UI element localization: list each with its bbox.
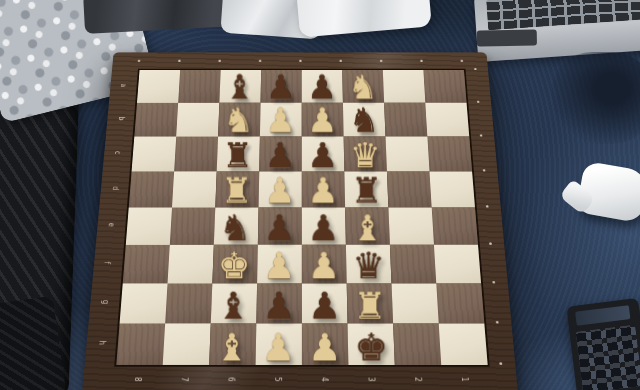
frame-file-label-c: c <box>113 151 120 154</box>
square-f5: ♟ <box>257 245 302 284</box>
frame-rank-label-8: 8 <box>132 377 140 382</box>
white-plastic-bag-2 <box>296 0 432 38</box>
square-f8 <box>123 245 170 284</box>
white-piece-P-f5: ♟ <box>263 247 295 285</box>
frame-dot <box>489 242 492 244</box>
frame-file-label-e: e <box>107 222 115 226</box>
black-piece-N-e6: ♞ <box>220 209 252 246</box>
frame-dot <box>138 60 141 62</box>
black-piece-P-a4: ♟ <box>307 69 337 104</box>
square-h1 <box>439 323 488 364</box>
square-h2 <box>393 323 441 364</box>
square-h6: ♝ <box>209 323 256 364</box>
square-c2 <box>386 137 430 172</box>
frame-dot <box>460 60 463 62</box>
square-d2 <box>387 171 432 207</box>
frame-dot <box>483 169 486 171</box>
frame-dot <box>218 60 221 62</box>
square-e7 <box>170 208 215 245</box>
white-piece-B-h6: ♝ <box>216 327 250 367</box>
square-f3: ♛ <box>346 245 392 284</box>
frame-file-label-h: h <box>97 340 105 344</box>
white-piece-P-d5: ♟ <box>265 173 296 210</box>
white-piece-P-h5: ♟ <box>262 327 296 367</box>
black-piece-Q-f3: ♛ <box>353 247 385 285</box>
square-e4: ♟ <box>302 208 346 245</box>
frame-dot <box>339 60 342 62</box>
white-piece-P-b4: ♟ <box>308 103 338 139</box>
frame-rank-label-6: 6 <box>225 377 233 382</box>
frame-dot <box>259 60 262 62</box>
square-h7 <box>163 323 211 364</box>
square-f7 <box>168 245 214 284</box>
square-h4: ♟ <box>302 323 348 364</box>
black-piece-P-g5: ♟ <box>263 287 296 326</box>
square-e8 <box>126 208 172 245</box>
square-h3: ♚ <box>348 323 395 364</box>
square-c5: ♟ <box>259 137 302 172</box>
white-piece-R-g3: ♜ <box>354 287 387 326</box>
frame-dot <box>477 101 480 103</box>
frame-file-label-b: b <box>117 116 124 120</box>
square-d8 <box>129 171 174 207</box>
square-c6: ♜ <box>217 137 260 172</box>
square-a5: ♟ <box>261 70 302 103</box>
frame-file-label-a: a <box>120 83 127 86</box>
square-c7 <box>174 137 218 172</box>
square-e5: ♟ <box>258 208 302 245</box>
dark-cloth <box>83 0 235 34</box>
square-g1 <box>436 283 484 323</box>
chess-board: ♝♟♟♞♞♟♟♞♜♟♟♛♜♟♟♜♞♟♟♝♚♟♟♛♝♟♟♜♝♟♟♚ <box>114 69 490 367</box>
frame-file-label-d: d <box>111 186 119 190</box>
square-g2 <box>391 283 438 323</box>
black-piece-K-h3: ♚ <box>355 327 389 367</box>
board-frame: ♝♟♟♞♞♟♟♞♜♟♟♛♜♟♟♜♞♟♟♝♚♟♟♛♝♟♟♜♝♟♟♚ 8765432… <box>82 52 518 390</box>
frame-rank-label-4: 4 <box>319 377 327 382</box>
black-piece-N-b3: ♞ <box>349 103 379 139</box>
square-b2 <box>384 103 427 137</box>
frame-rank-label-5: 5 <box>272 377 280 382</box>
square-c8 <box>132 137 177 172</box>
square-f4: ♟ <box>302 245 347 284</box>
square-a2 <box>383 70 426 103</box>
frame-rank-label-7: 7 <box>179 377 187 382</box>
square-a4: ♟ <box>302 70 343 103</box>
black-piece-P-a5: ♟ <box>266 69 296 104</box>
frame-dot <box>178 60 181 62</box>
black-piece-R-d3: ♜ <box>351 173 382 210</box>
square-c3: ♛ <box>344 137 387 172</box>
square-f2 <box>390 245 436 284</box>
square-a7 <box>178 70 220 103</box>
square-g4: ♟ <box>302 283 348 323</box>
square-b6: ♞ <box>218 103 261 137</box>
square-g7 <box>165 283 212 323</box>
white-piece-B-e3: ♝ <box>352 209 384 246</box>
photo-scene: ♝♟♟♞♞♟♟♞♜♟♟♛♜♟♟♜♞♟♟♝♚♟♟♛♝♟♟♜♝♟♟♚ 8765432… <box>0 0 640 390</box>
square-e1 <box>432 208 478 245</box>
frame-dot <box>499 362 502 365</box>
square-d6: ♜ <box>215 171 259 207</box>
calculator <box>566 298 640 390</box>
frame-dot <box>480 134 483 136</box>
square-f6: ♚ <box>212 245 258 284</box>
frame-dot <box>496 321 499 324</box>
frame-rank-label-1: 1 <box>459 377 467 382</box>
frame-dot <box>486 205 489 207</box>
white-piece-N-a3: ♞ <box>349 69 379 104</box>
frame-dot <box>380 60 383 62</box>
square-a1 <box>423 70 466 103</box>
frame-rank-label-3: 3 <box>366 377 374 382</box>
square-g5: ♟ <box>256 283 302 323</box>
square-e6: ♞ <box>214 208 259 245</box>
square-d4: ♟ <box>302 171 345 207</box>
black-piece-B-a6: ♝ <box>225 69 255 104</box>
square-c1 <box>427 137 472 172</box>
square-c4: ♟ <box>302 137 345 172</box>
calculator-keypad <box>576 325 640 390</box>
white-piece-P-h4: ♟ <box>308 327 342 367</box>
inhaler-nozzle <box>559 179 596 215</box>
frame-file-label-g: g <box>100 299 108 303</box>
frame-dot <box>299 60 302 62</box>
square-b8 <box>134 103 178 137</box>
black-piece-P-g4: ♟ <box>308 287 341 326</box>
white-piece-N-b6: ♞ <box>224 103 254 139</box>
frame-file-label-f: f <box>103 261 111 263</box>
square-b3: ♞ <box>343 103 386 137</box>
chess-board-scene: ♝♟♟♞♞♟♟♞♜♟♟♛♜♟♟♜♞♟♟♝♚♟♟♛♝♟♟♜♝♟♟♚ 8765432… <box>82 52 518 390</box>
square-e2 <box>388 208 434 245</box>
square-f1 <box>434 245 481 284</box>
black-piece-P-e5: ♟ <box>264 209 296 246</box>
frame-dot <box>492 281 495 284</box>
carpet-shadow <box>552 52 640 144</box>
square-b4: ♟ <box>302 103 344 137</box>
black-piece-B-g6: ♝ <box>217 287 250 326</box>
white-piece-K-f6: ♚ <box>218 247 250 285</box>
black-piece-P-e4: ♟ <box>308 209 340 246</box>
square-a3: ♞ <box>342 70 384 103</box>
laptop-hinge <box>477 29 537 46</box>
white-piece-P-d4: ♟ <box>308 173 339 210</box>
black-piece-R-c6: ♜ <box>223 137 254 173</box>
square-g6: ♝ <box>211 283 257 323</box>
calculator-screen <box>575 305 630 325</box>
white-piece-R-d6: ♜ <box>221 173 252 210</box>
laptop-keyboard <box>486 0 640 30</box>
square-b1 <box>425 103 469 137</box>
square-d3: ♜ <box>344 171 388 207</box>
white-piece-Q-c3: ♛ <box>350 137 381 173</box>
square-d5: ♟ <box>259 171 302 207</box>
square-b5: ♟ <box>260 103 302 137</box>
square-d7 <box>172 171 217 207</box>
white-inhaler <box>576 161 640 224</box>
white-piece-P-f4: ♟ <box>308 247 340 285</box>
frame-dot <box>474 68 477 70</box>
square-g3: ♜ <box>347 283 393 323</box>
square-a8 <box>137 70 180 103</box>
frame-dot <box>420 60 423 62</box>
black-piece-P-c4: ♟ <box>308 137 339 173</box>
square-e3: ♝ <box>345 208 390 245</box>
square-g8 <box>120 283 168 323</box>
square-d1 <box>429 171 474 207</box>
square-h5: ♟ <box>256 323 302 364</box>
black-piece-P-c5: ♟ <box>265 137 296 173</box>
frame-rank-label-2: 2 <box>412 377 420 382</box>
white-piece-P-b5: ♟ <box>266 103 296 139</box>
square-a6: ♝ <box>219 70 261 103</box>
square-h8 <box>116 323 165 364</box>
square-b7 <box>176 103 219 137</box>
